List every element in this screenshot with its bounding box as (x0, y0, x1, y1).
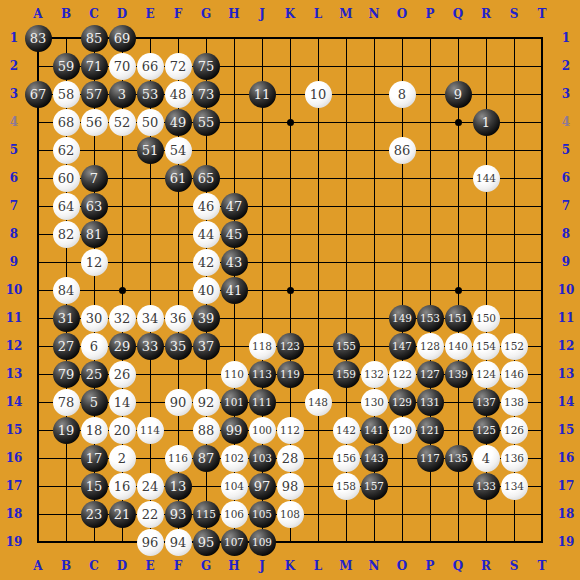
intersection-S15[interactable]: 126 (500, 416, 528, 444)
intersection-F7[interactable] (164, 192, 192, 220)
intersection-L1[interactable] (304, 24, 332, 52)
intersection-O8[interactable] (388, 220, 416, 248)
intersection-G15[interactable]: 88 (192, 416, 220, 444)
intersection-O9[interactable] (388, 248, 416, 276)
intersection-J6[interactable] (248, 164, 276, 192)
intersection-A5[interactable] (24, 136, 52, 164)
intersection-R5[interactable] (472, 136, 500, 164)
intersection-F17[interactable]: 13 (164, 472, 192, 500)
intersection-O6[interactable] (388, 164, 416, 192)
intersection-G1[interactable] (192, 24, 220, 52)
intersection-M6[interactable] (332, 164, 360, 192)
intersection-N7[interactable] (360, 192, 388, 220)
intersection-B11[interactable]: 31 (52, 304, 80, 332)
intersection-L15[interactable] (304, 416, 332, 444)
intersection-G5[interactable] (192, 136, 220, 164)
intersection-L16[interactable] (304, 444, 332, 472)
intersection-A17[interactable] (24, 472, 52, 500)
intersection-M5[interactable] (332, 136, 360, 164)
intersection-T10[interactable] (528, 276, 556, 304)
intersection-K11[interactable] (276, 304, 304, 332)
intersection-F13[interactable] (164, 360, 192, 388)
intersection-K12[interactable]: 123 (276, 332, 304, 360)
intersection-K4[interactable] (276, 108, 304, 136)
intersection-T7[interactable] (528, 192, 556, 220)
intersection-L9[interactable] (304, 248, 332, 276)
intersection-S12[interactable]: 152 (500, 332, 528, 360)
intersection-G7[interactable]: 46 (192, 192, 220, 220)
intersection-R4[interactable]: 1 (472, 108, 500, 136)
intersection-D8[interactable] (108, 220, 136, 248)
intersection-N18[interactable] (360, 500, 388, 528)
intersection-J11[interactable] (248, 304, 276, 332)
intersection-Q3[interactable]: 9 (444, 80, 472, 108)
intersection-D18[interactable]: 21 (108, 500, 136, 528)
intersection-Q8[interactable] (444, 220, 472, 248)
intersection-E12[interactable]: 33 (136, 332, 164, 360)
intersection-H16[interactable]: 102 (220, 444, 248, 472)
intersection-K19[interactable] (276, 528, 304, 556)
intersection-A15[interactable] (24, 416, 52, 444)
intersection-K15[interactable]: 112 (276, 416, 304, 444)
intersection-E11[interactable]: 34 (136, 304, 164, 332)
intersection-Q2[interactable] (444, 52, 472, 80)
intersection-S16[interactable]: 136 (500, 444, 528, 472)
intersection-S10[interactable] (500, 276, 528, 304)
intersection-P11[interactable]: 153 (416, 304, 444, 332)
intersection-C10[interactable] (80, 276, 108, 304)
intersection-B8[interactable]: 82 (52, 220, 80, 248)
intersection-C2[interactable]: 71 (80, 52, 108, 80)
intersection-P17[interactable] (416, 472, 444, 500)
intersection-H14[interactable]: 101 (220, 388, 248, 416)
intersection-A6[interactable] (24, 164, 52, 192)
intersection-N9[interactable] (360, 248, 388, 276)
intersection-A13[interactable] (24, 360, 52, 388)
intersection-S17[interactable]: 134 (500, 472, 528, 500)
intersection-H19[interactable]: 107 (220, 528, 248, 556)
intersection-A8[interactable] (24, 220, 52, 248)
intersection-T15[interactable] (528, 416, 556, 444)
intersection-K6[interactable] (276, 164, 304, 192)
intersection-G11[interactable]: 39 (192, 304, 220, 332)
intersection-E15[interactable]: 114 (136, 416, 164, 444)
intersection-A2[interactable] (24, 52, 52, 80)
intersection-A12[interactable] (24, 332, 52, 360)
intersection-A16[interactable] (24, 444, 52, 472)
intersection-N2[interactable] (360, 52, 388, 80)
intersection-D3[interactable]: 3 (108, 80, 136, 108)
intersection-K14[interactable] (276, 388, 304, 416)
intersection-O7[interactable] (388, 192, 416, 220)
intersection-D14[interactable]: 14 (108, 388, 136, 416)
intersection-K10[interactable] (276, 276, 304, 304)
intersection-S1[interactable] (500, 24, 528, 52)
intersection-R6[interactable]: 144 (472, 164, 500, 192)
intersection-H11[interactable] (220, 304, 248, 332)
intersection-B6[interactable]: 60 (52, 164, 80, 192)
intersection-O13[interactable]: 122 (388, 360, 416, 388)
intersection-M18[interactable] (332, 500, 360, 528)
intersection-N17[interactable]: 157 (360, 472, 388, 500)
intersection-P4[interactable] (416, 108, 444, 136)
intersection-F9[interactable] (164, 248, 192, 276)
intersection-T19[interactable] (528, 528, 556, 556)
intersection-R15[interactable]: 125 (472, 416, 500, 444)
intersection-P15[interactable]: 121 (416, 416, 444, 444)
intersection-O17[interactable] (388, 472, 416, 500)
intersection-S6[interactable] (500, 164, 528, 192)
intersection-G8[interactable]: 44 (192, 220, 220, 248)
intersection-G13[interactable] (192, 360, 220, 388)
intersection-C8[interactable]: 81 (80, 220, 108, 248)
intersection-A11[interactable] (24, 304, 52, 332)
intersection-T9[interactable] (528, 248, 556, 276)
intersection-N11[interactable] (360, 304, 388, 332)
intersection-G12[interactable]: 37 (192, 332, 220, 360)
intersection-S5[interactable] (500, 136, 528, 164)
intersection-A1[interactable]: 83 (24, 24, 52, 52)
intersection-Q1[interactable] (444, 24, 472, 52)
intersection-S19[interactable] (500, 528, 528, 556)
intersection-O2[interactable] (388, 52, 416, 80)
intersection-M16[interactable]: 156 (332, 444, 360, 472)
intersection-L5[interactable] (304, 136, 332, 164)
intersection-A14[interactable] (24, 388, 52, 416)
intersection-M14[interactable] (332, 388, 360, 416)
intersection-K17[interactable]: 98 (276, 472, 304, 500)
intersection-S14[interactable]: 138 (500, 388, 528, 416)
intersection-L12[interactable] (304, 332, 332, 360)
intersection-A7[interactable] (24, 192, 52, 220)
intersection-G3[interactable]: 73 (192, 80, 220, 108)
intersection-B5[interactable]: 62 (52, 136, 80, 164)
intersection-K18[interactable]: 108 (276, 500, 304, 528)
intersection-D10[interactable] (108, 276, 136, 304)
intersection-Q17[interactable] (444, 472, 472, 500)
intersection-A10[interactable] (24, 276, 52, 304)
intersection-T14[interactable] (528, 388, 556, 416)
intersection-Q5[interactable] (444, 136, 472, 164)
intersection-Q15[interactable] (444, 416, 472, 444)
intersection-M13[interactable]: 159 (332, 360, 360, 388)
intersection-C13[interactable]: 25 (80, 360, 108, 388)
intersection-T11[interactable] (528, 304, 556, 332)
intersection-F15[interactable] (164, 416, 192, 444)
intersection-M12[interactable]: 155 (332, 332, 360, 360)
intersection-E19[interactable]: 96 (136, 528, 164, 556)
intersection-E8[interactable] (136, 220, 164, 248)
intersection-N6[interactable] (360, 164, 388, 192)
intersection-O11[interactable]: 149 (388, 304, 416, 332)
intersection-L18[interactable] (304, 500, 332, 528)
intersection-L14[interactable]: 148 (304, 388, 332, 416)
intersection-O1[interactable] (388, 24, 416, 52)
intersection-M3[interactable] (332, 80, 360, 108)
intersection-B15[interactable]: 19 (52, 416, 80, 444)
intersection-Q16[interactable]: 135 (444, 444, 472, 472)
intersection-K13[interactable]: 119 (276, 360, 304, 388)
intersection-P7[interactable] (416, 192, 444, 220)
intersection-D7[interactable] (108, 192, 136, 220)
intersection-L19[interactable] (304, 528, 332, 556)
intersection-B16[interactable] (52, 444, 80, 472)
intersection-Q13[interactable]: 139 (444, 360, 472, 388)
intersection-P19[interactable] (416, 528, 444, 556)
intersection-F18[interactable]: 93 (164, 500, 192, 528)
intersection-L3[interactable]: 10 (304, 80, 332, 108)
intersection-B2[interactable]: 59 (52, 52, 80, 80)
intersection-B10[interactable]: 84 (52, 276, 80, 304)
intersection-J13[interactable]: 113 (248, 360, 276, 388)
intersection-H4[interactable] (220, 108, 248, 136)
intersection-D16[interactable]: 2 (108, 444, 136, 472)
intersection-R11[interactable]: 150 (472, 304, 500, 332)
intersection-D15[interactable]: 20 (108, 416, 136, 444)
intersection-L11[interactable] (304, 304, 332, 332)
intersection-H5[interactable] (220, 136, 248, 164)
intersection-G4[interactable]: 55 (192, 108, 220, 136)
intersection-P2[interactable] (416, 52, 444, 80)
intersection-D13[interactable]: 26 (108, 360, 136, 388)
intersection-O5[interactable]: 86 (388, 136, 416, 164)
intersection-R17[interactable]: 133 (472, 472, 500, 500)
intersection-F19[interactable]: 94 (164, 528, 192, 556)
intersection-E5[interactable]: 51 (136, 136, 164, 164)
intersection-L7[interactable] (304, 192, 332, 220)
intersection-O3[interactable]: 8 (388, 80, 416, 108)
intersection-B18[interactable] (52, 500, 80, 528)
intersection-R12[interactable]: 154 (472, 332, 500, 360)
intersection-G6[interactable]: 65 (192, 164, 220, 192)
intersection-L17[interactable] (304, 472, 332, 500)
intersection-A9[interactable] (24, 248, 52, 276)
intersection-F10[interactable] (164, 276, 192, 304)
intersection-N5[interactable] (360, 136, 388, 164)
intersection-B14[interactable]: 78 (52, 388, 80, 416)
intersection-E9[interactable] (136, 248, 164, 276)
intersection-B3[interactable]: 58 (52, 80, 80, 108)
intersection-Q14[interactable] (444, 388, 472, 416)
intersection-C17[interactable]: 15 (80, 472, 108, 500)
intersection-S4[interactable] (500, 108, 528, 136)
intersection-B4[interactable]: 68 (52, 108, 80, 136)
intersection-P8[interactable] (416, 220, 444, 248)
intersection-J19[interactable]: 109 (248, 528, 276, 556)
intersection-M9[interactable] (332, 248, 360, 276)
intersection-L13[interactable] (304, 360, 332, 388)
intersection-G9[interactable]: 42 (192, 248, 220, 276)
intersection-D12[interactable]: 29 (108, 332, 136, 360)
intersection-M1[interactable] (332, 24, 360, 52)
intersection-B9[interactable] (52, 248, 80, 276)
intersection-T2[interactable] (528, 52, 556, 80)
intersection-N3[interactable] (360, 80, 388, 108)
intersection-M19[interactable] (332, 528, 360, 556)
intersection-Q11[interactable]: 151 (444, 304, 472, 332)
intersection-T5[interactable] (528, 136, 556, 164)
intersection-T16[interactable] (528, 444, 556, 472)
intersection-Q7[interactable] (444, 192, 472, 220)
intersection-D9[interactable] (108, 248, 136, 276)
intersection-R9[interactable] (472, 248, 500, 276)
intersection-G2[interactable]: 75 (192, 52, 220, 80)
intersection-O12[interactable]: 147 (388, 332, 416, 360)
intersection-F1[interactable] (164, 24, 192, 52)
intersection-M4[interactable] (332, 108, 360, 136)
intersection-J1[interactable] (248, 24, 276, 52)
intersection-K1[interactable] (276, 24, 304, 52)
intersection-R16[interactable]: 4 (472, 444, 500, 472)
intersection-P18[interactable] (416, 500, 444, 528)
intersection-H12[interactable] (220, 332, 248, 360)
intersection-H18[interactable]: 106 (220, 500, 248, 528)
intersection-R1[interactable] (472, 24, 500, 52)
intersection-O15[interactable]: 120 (388, 416, 416, 444)
intersection-C18[interactable]: 23 (80, 500, 108, 528)
intersection-O16[interactable] (388, 444, 416, 472)
intersection-Q12[interactable]: 140 (444, 332, 472, 360)
intersection-F14[interactable]: 90 (164, 388, 192, 416)
intersection-N4[interactable] (360, 108, 388, 136)
intersection-S3[interactable] (500, 80, 528, 108)
intersection-M17[interactable]: 158 (332, 472, 360, 500)
intersection-J17[interactable]: 97 (248, 472, 276, 500)
intersection-B19[interactable] (52, 528, 80, 556)
intersection-R18[interactable] (472, 500, 500, 528)
intersection-A4[interactable] (24, 108, 52, 136)
intersection-P12[interactable]: 128 (416, 332, 444, 360)
intersection-D19[interactable] (108, 528, 136, 556)
intersection-S2[interactable] (500, 52, 528, 80)
intersection-R7[interactable] (472, 192, 500, 220)
intersection-P9[interactable] (416, 248, 444, 276)
intersection-L10[interactable] (304, 276, 332, 304)
intersection-Q18[interactable] (444, 500, 472, 528)
intersection-Q6[interactable] (444, 164, 472, 192)
intersection-J15[interactable]: 100 (248, 416, 276, 444)
intersection-H15[interactable]: 99 (220, 416, 248, 444)
intersection-K2[interactable] (276, 52, 304, 80)
intersection-G10[interactable]: 40 (192, 276, 220, 304)
intersection-H1[interactable] (220, 24, 248, 52)
intersection-P13[interactable]: 127 (416, 360, 444, 388)
intersection-S7[interactable] (500, 192, 528, 220)
intersection-A3[interactable]: 67 (24, 80, 52, 108)
intersection-E18[interactable]: 22 (136, 500, 164, 528)
intersection-N1[interactable] (360, 24, 388, 52)
intersection-R2[interactable] (472, 52, 500, 80)
intersection-P5[interactable] (416, 136, 444, 164)
intersection-D4[interactable]: 52 (108, 108, 136, 136)
intersection-D2[interactable]: 70 (108, 52, 136, 80)
intersection-T13[interactable] (528, 360, 556, 388)
intersection-H8[interactable]: 45 (220, 220, 248, 248)
intersection-T3[interactable] (528, 80, 556, 108)
intersection-E2[interactable]: 66 (136, 52, 164, 80)
intersection-G14[interactable]: 92 (192, 388, 220, 416)
intersection-O14[interactable]: 129 (388, 388, 416, 416)
intersection-D6[interactable] (108, 164, 136, 192)
intersection-T1[interactable] (528, 24, 556, 52)
intersection-E14[interactable] (136, 388, 164, 416)
intersection-S11[interactable] (500, 304, 528, 332)
intersection-J5[interactable] (248, 136, 276, 164)
intersection-A18[interactable] (24, 500, 52, 528)
intersection-N10[interactable] (360, 276, 388, 304)
intersection-N12[interactable] (360, 332, 388, 360)
intersection-C19[interactable] (80, 528, 108, 556)
intersection-C7[interactable]: 63 (80, 192, 108, 220)
intersection-C5[interactable] (80, 136, 108, 164)
intersection-E13[interactable] (136, 360, 164, 388)
intersection-E1[interactable] (136, 24, 164, 52)
intersection-H2[interactable] (220, 52, 248, 80)
intersection-H17[interactable]: 104 (220, 472, 248, 500)
intersection-Q4[interactable] (444, 108, 472, 136)
intersection-C12[interactable]: 6 (80, 332, 108, 360)
intersection-O10[interactable] (388, 276, 416, 304)
intersection-F16[interactable]: 116 (164, 444, 192, 472)
intersection-G17[interactable] (192, 472, 220, 500)
intersection-T4[interactable] (528, 108, 556, 136)
intersection-C9[interactable]: 12 (80, 248, 108, 276)
intersection-P16[interactable]: 117 (416, 444, 444, 472)
intersection-K16[interactable]: 28 (276, 444, 304, 472)
intersection-J2[interactable] (248, 52, 276, 80)
intersection-J16[interactable]: 103 (248, 444, 276, 472)
intersection-E10[interactable] (136, 276, 164, 304)
intersection-K8[interactable] (276, 220, 304, 248)
intersection-L2[interactable] (304, 52, 332, 80)
intersection-H9[interactable]: 43 (220, 248, 248, 276)
intersection-J7[interactable] (248, 192, 276, 220)
intersection-D17[interactable]: 16 (108, 472, 136, 500)
intersection-F2[interactable]: 72 (164, 52, 192, 80)
intersection-M10[interactable] (332, 276, 360, 304)
intersection-B1[interactable] (52, 24, 80, 52)
intersection-N13[interactable]: 132 (360, 360, 388, 388)
intersection-N19[interactable] (360, 528, 388, 556)
intersection-E6[interactable] (136, 164, 164, 192)
intersection-R8[interactable] (472, 220, 500, 248)
intersection-C11[interactable]: 30 (80, 304, 108, 332)
intersection-F8[interactable] (164, 220, 192, 248)
intersection-D11[interactable]: 32 (108, 304, 136, 332)
intersection-N14[interactable]: 130 (360, 388, 388, 416)
intersection-F12[interactable]: 35 (164, 332, 192, 360)
intersection-C15[interactable]: 18 (80, 416, 108, 444)
intersection-K7[interactable] (276, 192, 304, 220)
intersection-P1[interactable] (416, 24, 444, 52)
intersection-C3[interactable]: 57 (80, 80, 108, 108)
intersection-S13[interactable]: 146 (500, 360, 528, 388)
intersection-R13[interactable]: 124 (472, 360, 500, 388)
intersection-E7[interactable] (136, 192, 164, 220)
intersection-S18[interactable] (500, 500, 528, 528)
intersection-P3[interactable] (416, 80, 444, 108)
intersection-B12[interactable]: 27 (52, 332, 80, 360)
intersection-F6[interactable]: 61 (164, 164, 192, 192)
intersection-S9[interactable] (500, 248, 528, 276)
intersection-H6[interactable] (220, 164, 248, 192)
intersection-E17[interactable]: 24 (136, 472, 164, 500)
intersection-E4[interactable]: 50 (136, 108, 164, 136)
intersection-C4[interactable]: 56 (80, 108, 108, 136)
intersection-H13[interactable]: 110 (220, 360, 248, 388)
intersection-Q10[interactable] (444, 276, 472, 304)
intersection-F3[interactable]: 48 (164, 80, 192, 108)
